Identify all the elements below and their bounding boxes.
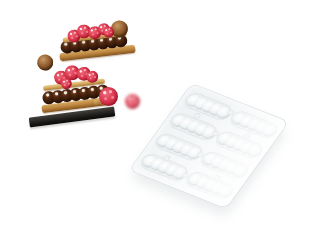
mold-sheet xyxy=(130,84,288,208)
loose-raspberry-blurred xyxy=(125,94,140,109)
chocolate-ball xyxy=(36,54,54,72)
eclair-mold xyxy=(130,84,288,208)
product-photo xyxy=(0,0,320,240)
eclair-front xyxy=(34,51,117,118)
loose-raspberry xyxy=(99,87,118,106)
